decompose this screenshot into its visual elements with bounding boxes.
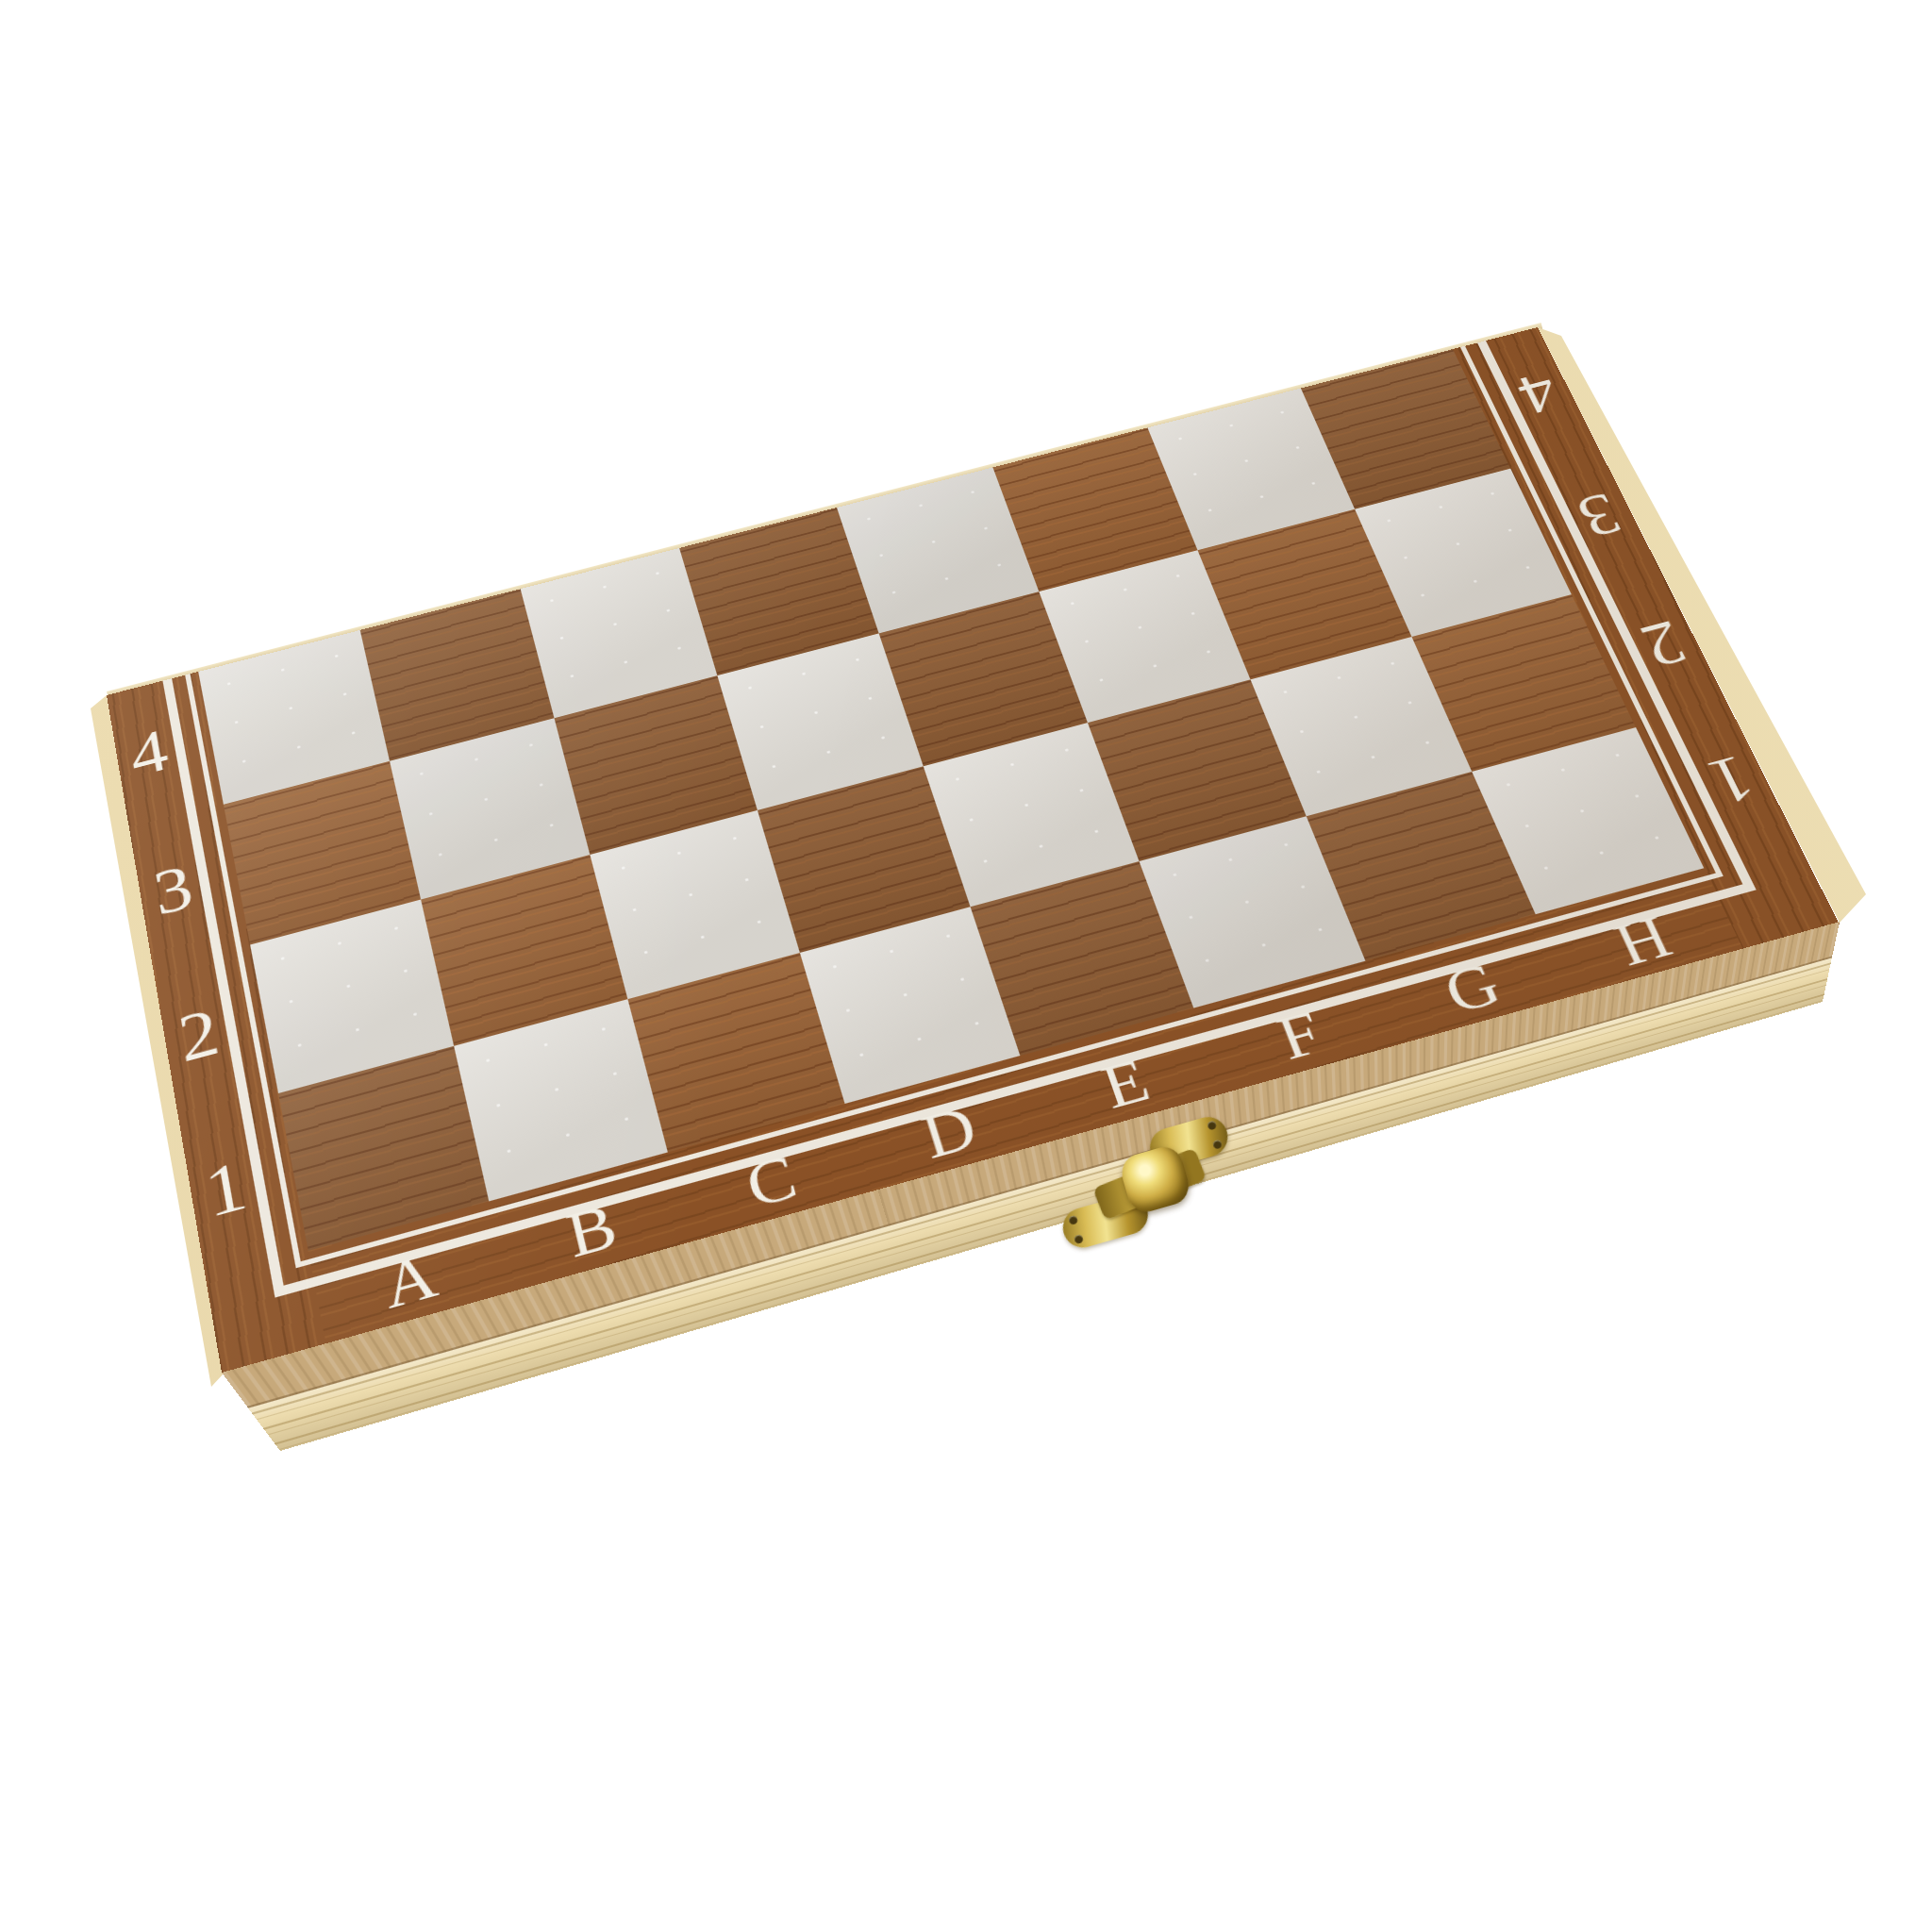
screw-icon [1207,1120,1217,1130]
screw-icon [1074,1234,1084,1244]
screw-icon [1212,1140,1223,1150]
product-photo-scene: 43214321ABCDEFGH [0,0,1932,1932]
screw-icon [1068,1215,1078,1225]
